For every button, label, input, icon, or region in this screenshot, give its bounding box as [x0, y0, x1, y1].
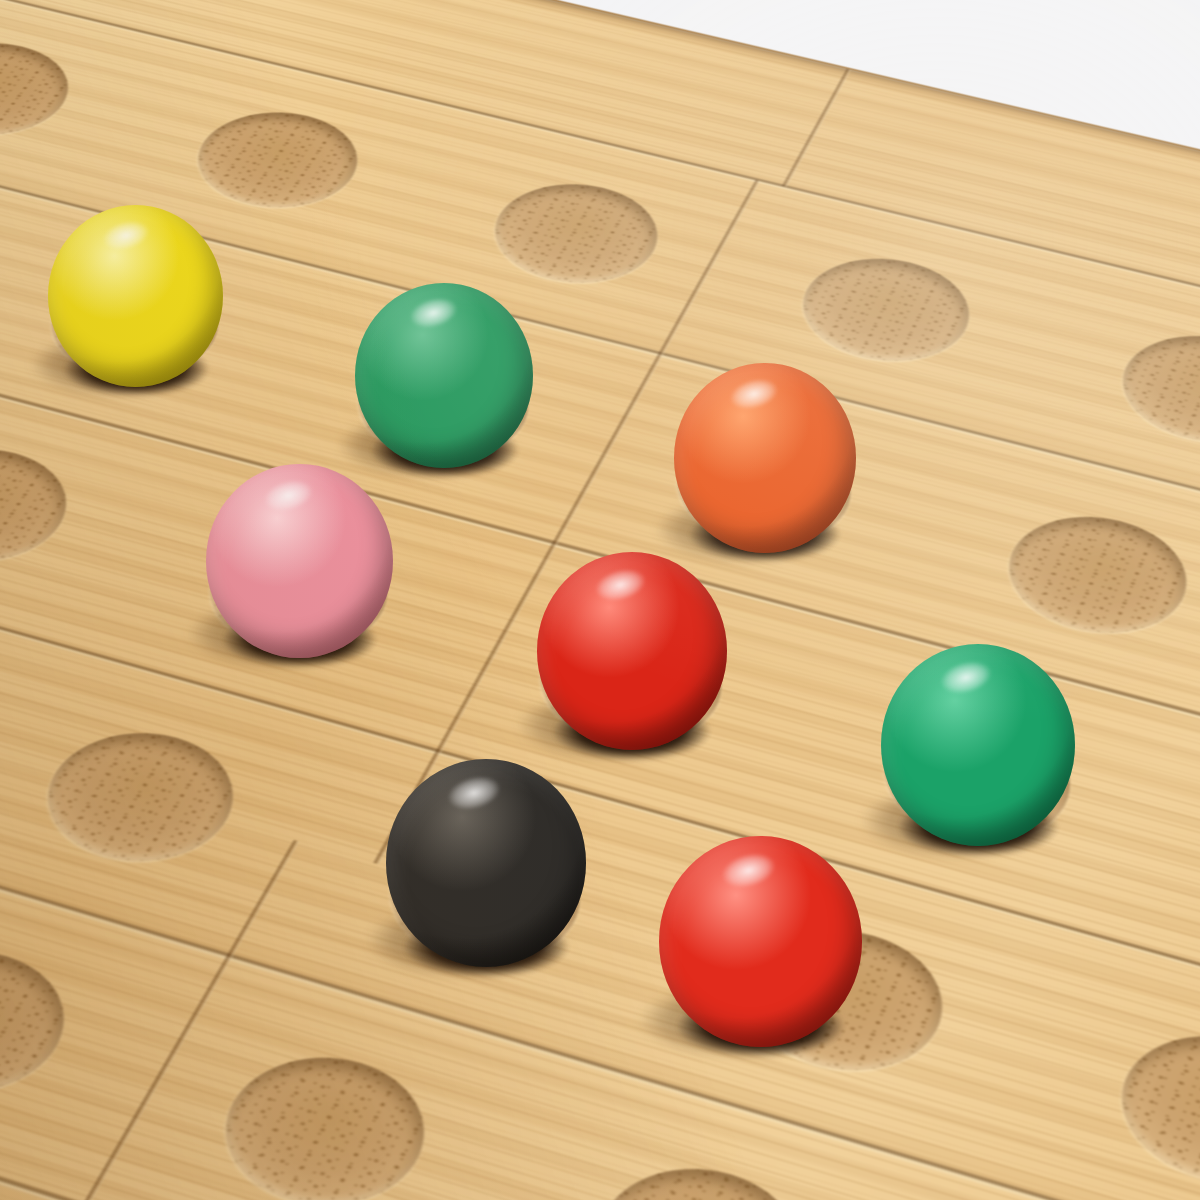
photo-scene — [0, 0, 1200, 1200]
balls-layer — [0, 0, 1200, 1200]
